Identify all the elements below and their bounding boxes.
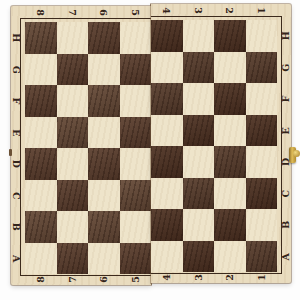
photo-background: 8765 HGFEDCBA 8765 4321 HGFEDCBA 4321 bbox=[0, 0, 300, 300]
square-c7[interactable] bbox=[57, 180, 89, 212]
square-e1[interactable] bbox=[246, 115, 278, 147]
square-c8[interactable] bbox=[25, 180, 57, 212]
square-f1[interactable] bbox=[246, 83, 278, 115]
square-d5[interactable] bbox=[120, 148, 152, 180]
square-e4[interactable] bbox=[151, 115, 183, 147]
square-h5[interactable] bbox=[120, 22, 152, 54]
square-e3[interactable] bbox=[183, 115, 215, 147]
square-b7[interactable] bbox=[57, 211, 89, 243]
square-e2[interactable] bbox=[214, 115, 246, 147]
file-labels-right: HGFEDCBA bbox=[281, 20, 290, 272]
square-h7[interactable] bbox=[57, 22, 89, 54]
square-a4[interactable] bbox=[151, 241, 183, 273]
square-c4[interactable] bbox=[151, 178, 183, 210]
square-b8[interactable] bbox=[25, 211, 57, 243]
square-g2[interactable] bbox=[214, 52, 246, 84]
square-c5[interactable] bbox=[120, 180, 152, 212]
square-b2[interactable] bbox=[214, 209, 246, 241]
square-a5[interactable] bbox=[120, 243, 152, 275]
brass-clasp bbox=[289, 147, 296, 163]
square-a1[interactable] bbox=[246, 241, 278, 273]
square-d7[interactable] bbox=[57, 148, 89, 180]
square-h8[interactable] bbox=[25, 22, 57, 54]
square-e5[interactable] bbox=[120, 117, 152, 149]
square-d8[interactable] bbox=[25, 148, 57, 180]
square-g8[interactable] bbox=[25, 54, 57, 86]
square-b5[interactable] bbox=[120, 211, 152, 243]
square-e8[interactable] bbox=[25, 117, 57, 149]
square-a2[interactable] bbox=[214, 241, 246, 273]
square-c1[interactable] bbox=[246, 178, 278, 210]
square-a6[interactable] bbox=[88, 243, 120, 275]
square-h6[interactable] bbox=[88, 22, 120, 54]
squares-grid-left bbox=[25, 22, 151, 274]
square-b1[interactable] bbox=[246, 209, 278, 241]
square-c6[interactable] bbox=[88, 180, 120, 212]
square-b6[interactable] bbox=[88, 211, 120, 243]
square-d2[interactable] bbox=[214, 146, 246, 178]
square-f3[interactable] bbox=[183, 83, 215, 115]
square-g7[interactable] bbox=[57, 54, 89, 86]
square-e6[interactable] bbox=[88, 117, 120, 149]
clasp-knob-icon bbox=[293, 150, 300, 157]
square-b4[interactable] bbox=[151, 209, 183, 241]
square-f6[interactable] bbox=[88, 85, 120, 117]
square-g5[interactable] bbox=[120, 54, 152, 86]
square-f5[interactable] bbox=[120, 85, 152, 117]
square-f2[interactable] bbox=[214, 83, 246, 115]
square-g3[interactable] bbox=[183, 52, 215, 84]
square-d4[interactable] bbox=[151, 146, 183, 178]
squares-grid-right bbox=[151, 20, 277, 272]
hinge-notch bbox=[9, 149, 12, 156]
square-d1[interactable] bbox=[246, 146, 278, 178]
square-g6[interactable] bbox=[88, 54, 120, 86]
square-h3[interactable] bbox=[183, 20, 215, 52]
square-c3[interactable] bbox=[183, 178, 215, 210]
square-e7[interactable] bbox=[57, 117, 89, 149]
square-b3[interactable] bbox=[183, 209, 215, 241]
square-d6[interactable] bbox=[88, 148, 120, 180]
board-left-half: 8765 HGFEDCBA 8765 bbox=[11, 6, 151, 285]
square-h2[interactable] bbox=[214, 20, 246, 52]
square-h4[interactable] bbox=[151, 20, 183, 52]
square-f7[interactable] bbox=[57, 85, 89, 117]
square-h1[interactable] bbox=[246, 20, 278, 52]
board-right-half: 4321 HGFEDCBA 4321 bbox=[151, 4, 291, 283]
square-g4[interactable] bbox=[151, 52, 183, 84]
square-d3[interactable] bbox=[183, 146, 215, 178]
square-g1[interactable] bbox=[246, 52, 278, 84]
square-a7[interactable] bbox=[57, 243, 89, 275]
square-f8[interactable] bbox=[25, 85, 57, 117]
square-f4[interactable] bbox=[151, 83, 183, 115]
square-a8[interactable] bbox=[25, 243, 57, 275]
square-c2[interactable] bbox=[214, 178, 246, 210]
square-a3[interactable] bbox=[183, 241, 215, 273]
